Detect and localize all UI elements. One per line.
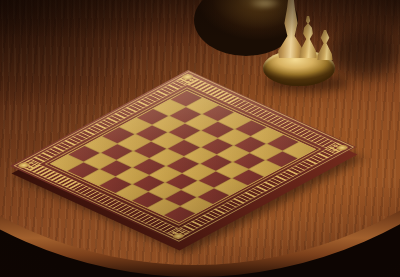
photo-scene xyxy=(0,0,400,277)
pieces-shadow xyxy=(330,30,398,78)
